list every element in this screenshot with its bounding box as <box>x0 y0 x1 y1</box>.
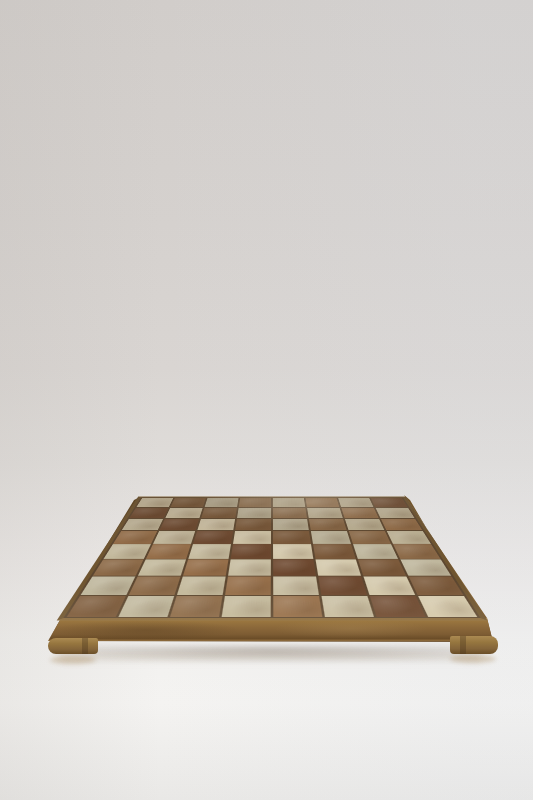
square-d4 <box>231 544 271 558</box>
square-d6 <box>235 519 271 530</box>
chessboard-grid <box>57 497 488 621</box>
square-a1 <box>67 596 126 617</box>
square-b8 <box>170 498 205 507</box>
square-h2 <box>409 576 464 594</box>
square-h5 <box>387 531 431 544</box>
square-g2 <box>363 576 415 594</box>
square-b3 <box>138 559 186 575</box>
square-f8 <box>305 498 339 507</box>
square-f2 <box>318 576 367 594</box>
square-g8 <box>338 498 373 507</box>
square-a3 <box>93 559 144 575</box>
square-h4 <box>393 544 440 558</box>
square-c6 <box>197 519 235 530</box>
square-f4 <box>313 544 356 558</box>
square-b4 <box>146 544 191 558</box>
square-h3 <box>400 559 451 575</box>
square-h7 <box>376 508 415 518</box>
square-c2 <box>177 576 226 594</box>
square-e7 <box>273 508 307 518</box>
square-e3 <box>273 559 316 575</box>
square-h1 <box>418 596 477 617</box>
chessboard <box>20 470 520 700</box>
square-f3 <box>316 559 361 575</box>
square-c3 <box>183 559 228 575</box>
square-a5 <box>113 531 157 544</box>
square-a7 <box>129 508 168 518</box>
square-g5 <box>349 531 391 544</box>
square-g6 <box>345 519 385 530</box>
square-b2 <box>129 576 181 594</box>
square-c7 <box>201 508 237 518</box>
square-e4 <box>273 544 313 558</box>
square-d1 <box>222 596 271 617</box>
square-h8 <box>371 498 408 507</box>
square-e8 <box>273 498 305 507</box>
square-d2 <box>225 576 271 594</box>
square-d7 <box>237 508 271 518</box>
square-g3 <box>358 559 406 575</box>
square-e6 <box>273 519 309 530</box>
square-g4 <box>353 544 398 558</box>
square-c8 <box>205 498 239 507</box>
square-e5 <box>273 531 311 544</box>
square-f1 <box>321 596 373 617</box>
square-f5 <box>311 531 351 544</box>
square-c4 <box>188 544 231 558</box>
square-a4 <box>104 544 151 558</box>
square-d8 <box>239 498 271 507</box>
foot-reflection-right <box>450 655 496 663</box>
frame-front-rail <box>48 618 493 642</box>
square-f6 <box>309 519 347 530</box>
square-b1 <box>118 596 174 617</box>
square-e1 <box>273 596 322 617</box>
square-h6 <box>381 519 422 530</box>
photo-backdrop <box>0 0 533 800</box>
square-f7 <box>307 508 343 518</box>
foot-reflection-left <box>50 656 96 664</box>
square-g7 <box>341 508 378 518</box>
square-a2 <box>81 576 136 594</box>
frame-foot-left <box>48 638 98 654</box>
square-b7 <box>165 508 202 518</box>
square-b6 <box>160 519 200 530</box>
square-d3 <box>228 559 271 575</box>
square-g1 <box>370 596 426 617</box>
frame-reflection <box>60 654 480 664</box>
square-c5 <box>193 531 233 544</box>
square-b5 <box>153 531 195 544</box>
square-a6 <box>122 519 163 530</box>
frame-foot-right <box>450 636 498 654</box>
square-d5 <box>233 531 271 544</box>
square-c1 <box>170 596 222 617</box>
square-a8 <box>136 498 173 507</box>
square-e2 <box>273 576 319 594</box>
